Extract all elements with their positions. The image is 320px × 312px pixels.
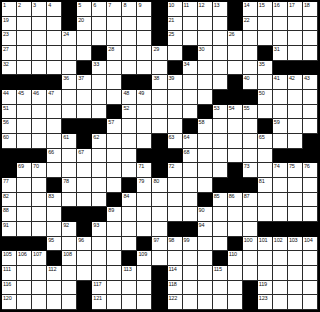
grid-cell-r10c13[interactable] — [198, 149, 213, 164]
grid-cell-r17c5[interactable] — [77, 251, 92, 266]
grid-cell-r1c9[interactable] — [137, 17, 152, 32]
grid-cell-r16c13[interactable] — [198, 237, 213, 252]
grid-cell-r4c3[interactable] — [47, 61, 62, 76]
grid-cell-r20c7[interactable] — [107, 295, 122, 310]
grid-cell-r18c7[interactable] — [107, 266, 122, 281]
grid-cell-r7c2[interactable] — [32, 105, 47, 120]
grid-cell-r0c17[interactable]: 15 — [258, 2, 273, 17]
grid-cell-r18c17[interactable] — [258, 266, 273, 281]
grid-cell-r4c15[interactable] — [228, 61, 243, 76]
grid-cell-r1c1[interactable] — [17, 17, 32, 32]
grid-cell-r1c5[interactable]: 20 — [77, 17, 92, 32]
grid-cell-r3c5[interactable] — [77, 46, 92, 61]
grid-cell-r17c1[interactable]: 106 — [17, 251, 32, 266]
grid-cell-r3c14[interactable] — [213, 46, 228, 61]
grid-cell-r0c11[interactable]: 10 — [168, 2, 183, 17]
grid-cell-r16c18[interactable]: 102 — [273, 237, 288, 252]
grid-cell-r1c11[interactable]: 21 — [168, 17, 183, 32]
grid-cell-r0c6[interactable]: 6 — [92, 2, 107, 17]
grid-cell-r5c19[interactable]: 42 — [288, 75, 303, 90]
grid-cell-r7c5[interactable] — [77, 105, 92, 120]
grid-cell-r13c2[interactable] — [32, 193, 47, 208]
grid-cell-r3c15[interactable] — [228, 46, 243, 61]
grid-cell-r9c12[interactable]: 64 — [183, 134, 198, 149]
grid-cell-r20c20[interactable] — [303, 295, 318, 310]
grid-cell-r11c12[interactable] — [183, 163, 198, 178]
grid-cell-r9c8[interactable] — [122, 134, 137, 149]
grid-cell-r6c7[interactable] — [107, 90, 122, 105]
grid-cell-r14c19[interactable] — [288, 207, 303, 222]
grid-cell-r5c10[interactable]: 38 — [152, 75, 167, 90]
grid-cell-r20c18[interactable] — [273, 295, 288, 310]
grid-cell-r12c1[interactable] — [17, 178, 32, 193]
grid-cell-r18c20[interactable] — [303, 266, 318, 281]
grid-cell-r13c11[interactable] — [168, 193, 183, 208]
grid-cell-r12c0[interactable]: 77 — [2, 178, 17, 193]
grid-cell-r16c14[interactable] — [213, 237, 228, 252]
grid-cell-r2c1[interactable] — [17, 31, 32, 46]
grid-cell-r14c14[interactable] — [213, 207, 228, 222]
grid-cell-r5c7[interactable] — [107, 75, 122, 90]
grid-cell-r20c14[interactable] — [213, 295, 228, 310]
grid-cell-r12c13[interactable] — [198, 178, 213, 193]
grid-cell-r4c6[interactable]: 33 — [92, 61, 107, 76]
grid-cell-r6c12[interactable] — [183, 90, 198, 105]
grid-cell-r11c18[interactable]: 74 — [273, 163, 288, 178]
grid-cell-r16c3[interactable]: 95 — [47, 237, 62, 252]
grid-cell-r1c16[interactable]: 22 — [243, 17, 258, 32]
grid-cell-r13c18[interactable] — [273, 193, 288, 208]
grid-cell-r12c7[interactable] — [107, 178, 122, 193]
grid-cell-r18c19[interactable] — [288, 266, 303, 281]
grid-cell-r13c3[interactable]: 83 — [47, 193, 62, 208]
grid-cell-r11c1[interactable]: 69 — [17, 163, 32, 178]
grid-cell-r19c19[interactable] — [288, 281, 303, 296]
grid-cell-r13c17[interactable] — [258, 193, 273, 208]
grid-cell-r6c6[interactable] — [92, 90, 107, 105]
grid-cell-r11c6[interactable] — [92, 163, 107, 178]
grid-cell-r10c3[interactable]: 66 — [47, 149, 62, 164]
grid-cell-r13c1[interactable] — [17, 193, 32, 208]
grid-cell-r2c20[interactable] — [303, 31, 318, 46]
grid-cell-r9c11[interactable]: 63 — [168, 134, 183, 149]
grid-cell-r18c2[interactable] — [32, 266, 47, 281]
grid-cell-r7c4[interactable] — [62, 105, 77, 120]
grid-cell-r16c11[interactable]: 98 — [168, 237, 183, 252]
grid-cell-r20c0[interactable]: 120 — [2, 295, 17, 310]
grid-cell-r4c17[interactable]: 35 — [258, 61, 273, 76]
grid-cell-r12c4[interactable]: 78 — [62, 178, 77, 193]
grid-cell-r6c0[interactable]: 44 — [2, 90, 17, 105]
grid-cell-r20c2[interactable] — [32, 295, 47, 310]
grid-cell-r19c0[interactable]: 116 — [2, 281, 17, 296]
grid-cell-r4c13[interactable] — [198, 61, 213, 76]
grid-cell-r15c9[interactable] — [137, 222, 152, 237]
grid-cell-r7c15[interactable]: 54 — [228, 105, 243, 120]
grid-cell-r7c12[interactable] — [183, 105, 198, 120]
grid-cell-r14c2[interactable] — [32, 207, 47, 222]
grid-cell-r20c13[interactable] — [198, 295, 213, 310]
grid-cell-r19c1[interactable] — [17, 281, 32, 296]
grid-cell-r2c16[interactable] — [243, 31, 258, 46]
grid-cell-r9c6[interactable]: 62 — [92, 134, 107, 149]
grid-cell-r7c1[interactable] — [17, 105, 32, 120]
grid-cell-r0c19[interactable]: 17 — [288, 2, 303, 17]
grid-cell-r13c9[interactable] — [137, 193, 152, 208]
grid-cell-r3c8[interactable] — [122, 46, 137, 61]
grid-cell-r7c3[interactable] — [47, 105, 62, 120]
grid-cell-r20c19[interactable] — [288, 295, 303, 310]
grid-cell-r1c14[interactable] — [213, 17, 228, 32]
grid-cell-r14c18[interactable] — [273, 207, 288, 222]
grid-cell-r0c2[interactable]: 3 — [32, 2, 47, 17]
grid-cell-r18c9[interactable] — [137, 266, 152, 281]
grid-cell-r1c3[interactable] — [47, 17, 62, 32]
grid-cell-r10c6[interactable] — [92, 149, 107, 164]
grid-cell-r1c18[interactable] — [273, 17, 288, 32]
grid-cell-r6c17[interactable]: 50 — [258, 90, 273, 105]
grid-cell-r3c2[interactable] — [32, 46, 47, 61]
grid-cell-r12c17[interactable]: 81 — [258, 178, 273, 193]
grid-cell-r17c0[interactable]: 105 — [2, 251, 17, 266]
grid-cell-r8c1[interactable] — [17, 119, 32, 134]
grid-cell-r8c0[interactable]: 56 — [2, 119, 17, 134]
grid-cell-r10c8[interactable] — [122, 149, 137, 164]
grid-cell-r5c14[interactable] — [213, 75, 228, 90]
grid-cell-r20c8[interactable] — [122, 295, 137, 310]
grid-cell-r19c8[interactable] — [122, 281, 137, 296]
grid-cell-r9c3[interactable] — [47, 134, 62, 149]
grid-cell-r12c18[interactable] — [273, 178, 288, 193]
grid-cell-r18c3[interactable]: 112 — [47, 266, 62, 281]
grid-cell-r7c17[interactable] — [258, 105, 273, 120]
grid-cell-r18c1[interactable] — [17, 266, 32, 281]
grid-cell-r9c15[interactable] — [228, 134, 243, 149]
grid-cell-r17c2[interactable]: 107 — [32, 251, 47, 266]
grid-cell-r11c11[interactable]: 72 — [168, 163, 183, 178]
grid-cell-r4c10[interactable] — [152, 61, 167, 76]
grid-cell-r11c17[interactable] — [258, 163, 273, 178]
grid-cell-r5c17[interactable] — [258, 75, 273, 90]
grid-cell-r13c12[interactable] — [183, 193, 198, 208]
grid-cell-r1c2[interactable] — [32, 17, 47, 32]
grid-cell-r0c9[interactable]: 9 — [137, 2, 152, 17]
grid-cell-r6c8[interactable]: 48 — [122, 90, 137, 105]
grid-cell-r19c6[interactable]: 117 — [92, 281, 107, 296]
grid-cell-r7c14[interactable]: 53 — [213, 105, 228, 120]
grid-cell-r14c10[interactable] — [152, 207, 167, 222]
grid-cell-r19c11[interactable]: 118 — [168, 281, 183, 296]
grid-cell-r7c18[interactable] — [273, 105, 288, 120]
grid-cell-r13c6[interactable] — [92, 193, 107, 208]
grid-cell-r19c4[interactable] — [62, 281, 77, 296]
grid-cell-r1c7[interactable] — [107, 17, 122, 32]
grid-cell-r6c4[interactable] — [62, 90, 77, 105]
grid-cell-r16c12[interactable]: 99 — [183, 237, 198, 252]
grid-cell-r16c16[interactable]: 100 — [243, 237, 258, 252]
grid-cell-r11c7[interactable] — [107, 163, 122, 178]
grid-cell-r2c9[interactable] — [137, 31, 152, 46]
grid-cell-r15c14[interactable] — [213, 222, 228, 237]
grid-cell-r11c20[interactable]: 76 — [303, 163, 318, 178]
grid-cell-r0c18[interactable]: 16 — [273, 2, 288, 17]
grid-cell-r0c12[interactable]: 11 — [183, 2, 198, 17]
grid-cell-r7c8[interactable]: 52 — [122, 105, 137, 120]
grid-cell-r1c8[interactable] — [122, 17, 137, 32]
grid-cell-r1c6[interactable] — [92, 17, 107, 32]
grid-cell-r2c0[interactable]: 23 — [2, 31, 17, 46]
grid-cell-r4c14[interactable] — [213, 61, 228, 76]
grid-cell-r12c6[interactable] — [92, 178, 107, 193]
grid-cell-r5c13[interactable] — [198, 75, 213, 90]
grid-cell-r2c6[interactable] — [92, 31, 107, 46]
grid-cell-r19c3[interactable] — [47, 281, 62, 296]
grid-cell-r15c0[interactable]: 91 — [2, 222, 17, 237]
grid-cell-r11c2[interactable]: 70 — [32, 163, 47, 178]
grid-cell-r8c3[interactable] — [47, 119, 62, 134]
grid-cell-r11c14[interactable] — [213, 163, 228, 178]
grid-cell-r3c4[interactable] — [62, 46, 77, 61]
grid-cell-r15c6[interactable]: 93 — [92, 222, 107, 237]
grid-cell-r20c17[interactable]: 123 — [258, 295, 273, 310]
grid-cell-r19c13[interactable] — [198, 281, 213, 296]
grid-cell-r6c1[interactable]: 45 — [17, 90, 32, 105]
grid-cell-r4c4[interactable] — [62, 61, 77, 76]
grid-cell-r16c6[interactable] — [92, 237, 107, 252]
grid-cell-r1c17[interactable] — [258, 17, 273, 32]
grid-cell-r9c16[interactable] — [243, 134, 258, 149]
grid-cell-r15c15[interactable] — [228, 222, 243, 237]
grid-cell-r2c15[interactable]: 26 — [228, 31, 243, 46]
grid-cell-r19c7[interactable] — [107, 281, 122, 296]
grid-cell-r10c7[interactable] — [107, 149, 122, 164]
grid-cell-r0c1[interactable]: 2 — [17, 2, 32, 17]
grid-cell-r19c15[interactable] — [228, 281, 243, 296]
grid-cell-r15c8[interactable] — [122, 222, 137, 237]
grid-cell-r18c14[interactable]: 115 — [213, 266, 228, 281]
grid-cell-r10c16[interactable] — [243, 149, 258, 164]
grid-cell-r17c11[interactable] — [168, 251, 183, 266]
grid-cell-r18c16[interactable] — [243, 266, 258, 281]
grid-cell-r16c4[interactable] — [62, 237, 77, 252]
grid-cell-r1c20[interactable] — [303, 17, 318, 32]
grid-cell-r13c19[interactable] — [288, 193, 303, 208]
grid-cell-r13c20[interactable] — [303, 193, 318, 208]
grid-cell-r0c20[interactable]: 18 — [303, 2, 318, 17]
grid-cell-r13c16[interactable]: 87 — [243, 193, 258, 208]
grid-cell-r18c18[interactable] — [273, 266, 288, 281]
grid-cell-r17c7[interactable] — [107, 251, 122, 266]
grid-cell-r14c8[interactable] — [122, 207, 137, 222]
grid-cell-r8c18[interactable]: 59 — [273, 119, 288, 134]
grid-cell-r17c18[interactable] — [273, 251, 288, 266]
grid-cell-r15c2[interactable] — [32, 222, 47, 237]
grid-cell-r6c20[interactable] — [303, 90, 318, 105]
grid-cell-r8c11[interactable] — [168, 119, 183, 134]
grid-cell-r0c7[interactable]: 7 — [107, 2, 122, 17]
grid-cell-r3c18[interactable]: 31 — [273, 46, 288, 61]
grid-cell-r11c8[interactable] — [122, 163, 137, 178]
grid-cell-r4c1[interactable] — [17, 61, 32, 76]
grid-cell-r9c17[interactable]: 65 — [258, 134, 273, 149]
grid-cell-r2c11[interactable]: 25 — [168, 31, 183, 46]
grid-cell-r8c2[interactable] — [32, 119, 47, 134]
grid-cell-r17c13[interactable] — [198, 251, 213, 266]
grid-cell-r3c10[interactable]: 29 — [152, 46, 167, 61]
grid-cell-r9c13[interactable] — [198, 134, 213, 149]
grid-cell-r5c18[interactable]: 41 — [273, 75, 288, 90]
grid-cell-r19c20[interactable] — [303, 281, 318, 296]
grid-cell-r0c13[interactable]: 12 — [198, 2, 213, 17]
grid-cell-r2c2[interactable] — [32, 31, 47, 46]
grid-cell-r1c0[interactable]: 19 — [2, 17, 17, 32]
grid-cell-r17c10[interactable] — [152, 251, 167, 266]
grid-cell-r7c9[interactable] — [137, 105, 152, 120]
grid-cell-r6c9[interactable]: 49 — [137, 90, 152, 105]
grid-cell-r15c4[interactable]: 92 — [62, 222, 77, 237]
grid-cell-r5c6[interactable] — [92, 75, 107, 90]
grid-cell-r15c3[interactable] — [47, 222, 62, 237]
grid-cell-r20c9[interactable] — [137, 295, 152, 310]
grid-cell-r8c8[interactable] — [122, 119, 137, 134]
grid-cell-r14c20[interactable] — [303, 207, 318, 222]
grid-cell-r2c5[interactable] — [77, 31, 92, 46]
grid-cell-r8c13[interactable]: 58 — [198, 119, 213, 134]
grid-cell-r11c3[interactable] — [47, 163, 62, 178]
grid-cell-r13c10[interactable] — [152, 193, 167, 208]
grid-cell-r8c14[interactable] — [213, 119, 228, 134]
grid-cell-r20c1[interactable] — [17, 295, 32, 310]
grid-cell-r15c7[interactable] — [107, 222, 122, 237]
grid-cell-r4c12[interactable]: 34 — [183, 61, 198, 76]
grid-cell-r1c12[interactable] — [183, 17, 198, 32]
grid-cell-r18c5[interactable] — [77, 266, 92, 281]
grid-cell-r12c10[interactable]: 80 — [152, 178, 167, 193]
grid-cell-r3c3[interactable] — [47, 46, 62, 61]
grid-cell-r19c14[interactable] — [213, 281, 228, 296]
grid-cell-r3c11[interactable] — [168, 46, 183, 61]
grid-cell-r6c11[interactable] — [168, 90, 183, 105]
grid-cell-r7c0[interactable]: 51 — [2, 105, 17, 120]
grid-cell-r18c4[interactable] — [62, 266, 77, 281]
grid-cell-r2c13[interactable] — [198, 31, 213, 46]
grid-cell-r2c14[interactable] — [213, 31, 228, 46]
grid-cell-r9c18[interactable] — [273, 134, 288, 149]
grid-cell-r9c7[interactable] — [107, 134, 122, 149]
grid-cell-r9c9[interactable] — [137, 134, 152, 149]
grid-cell-r17c19[interactable] — [288, 251, 303, 266]
grid-cell-r5c4[interactable]: 36 — [62, 75, 77, 90]
grid-cell-r19c17[interactable]: 119 — [258, 281, 273, 296]
grid-cell-r14c13[interactable]: 90 — [198, 207, 213, 222]
grid-cell-r16c7[interactable] — [107, 237, 122, 252]
grid-cell-r7c19[interactable] — [288, 105, 303, 120]
grid-cell-r8c20[interactable] — [303, 119, 318, 134]
grid-cell-r5c20[interactable]: 43 — [303, 75, 318, 90]
grid-cell-r2c4[interactable]: 24 — [62, 31, 77, 46]
grid-cell-r18c11[interactable]: 114 — [168, 266, 183, 281]
grid-cell-r1c13[interactable] — [198, 17, 213, 32]
grid-cell-r6c13[interactable] — [198, 90, 213, 105]
grid-cell-r4c2[interactable] — [32, 61, 47, 76]
grid-cell-r17c17[interactable] — [258, 251, 273, 266]
grid-cell-r0c3[interactable]: 4 — [47, 2, 62, 17]
grid-cell-r3c1[interactable] — [17, 46, 32, 61]
grid-cell-r19c2[interactable] — [32, 281, 47, 296]
grid-cell-r13c4[interactable] — [62, 193, 77, 208]
grid-cell-r0c14[interactable]: 13 — [213, 2, 228, 17]
grid-cell-r4c8[interactable] — [122, 61, 137, 76]
grid-cell-r20c15[interactable] — [228, 295, 243, 310]
grid-cell-r5c11[interactable]: 39 — [168, 75, 183, 90]
grid-cell-r17c15[interactable]: 110 — [228, 251, 243, 266]
grid-cell-r2c19[interactable] — [288, 31, 303, 46]
grid-cell-r14c15[interactable] — [228, 207, 243, 222]
grid-cell-r17c9[interactable]: 109 — [137, 251, 152, 266]
grid-cell-r16c10[interactable]: 97 — [152, 237, 167, 252]
grid-cell-r14c9[interactable] — [137, 207, 152, 222]
grid-cell-r5c5[interactable]: 37 — [77, 75, 92, 90]
grid-cell-r8c9[interactable] — [137, 119, 152, 134]
grid-cell-r7c11[interactable] — [168, 105, 183, 120]
grid-cell-r8c19[interactable] — [288, 119, 303, 134]
grid-cell-r14c1[interactable] — [17, 207, 32, 222]
grid-cell-r14c12[interactable] — [183, 207, 198, 222]
grid-cell-r2c17[interactable] — [258, 31, 273, 46]
grid-cell-r9c14[interactable] — [213, 134, 228, 149]
grid-cell-r19c12[interactable] — [183, 281, 198, 296]
grid-cell-r12c20[interactable] — [303, 178, 318, 193]
grid-cell-r13c8[interactable]: 84 — [122, 193, 137, 208]
grid-cell-r18c0[interactable]: 111 — [2, 266, 17, 281]
grid-cell-r9c0[interactable]: 60 — [2, 134, 17, 149]
grid-cell-r18c6[interactable] — [92, 266, 107, 281]
grid-cell-r7c20[interactable] — [303, 105, 318, 120]
grid-cell-r13c15[interactable]: 86 — [228, 193, 243, 208]
grid-cell-r13c0[interactable]: 82 — [2, 193, 17, 208]
grid-cell-r19c18[interactable] — [273, 281, 288, 296]
grid-cell-r2c8[interactable] — [122, 31, 137, 46]
grid-cell-r4c0[interactable]: 32 — [2, 61, 17, 76]
grid-cell-r16c20[interactable]: 104 — [303, 237, 318, 252]
grid-cell-r9c2[interactable] — [32, 134, 47, 149]
grid-cell-r6c19[interactable] — [288, 90, 303, 105]
grid-cell-r7c10[interactable] — [152, 105, 167, 120]
grid-cell-r20c3[interactable] — [47, 295, 62, 310]
grid-cell-r9c1[interactable] — [17, 134, 32, 149]
grid-cell-r16c17[interactable]: 101 — [258, 237, 273, 252]
grid-cell-r9c4[interactable]: 61 — [62, 134, 77, 149]
grid-cell-r12c2[interactable] — [32, 178, 47, 193]
grid-cell-r3c9[interactable] — [137, 46, 152, 61]
grid-cell-r13c14[interactable]: 85 — [213, 193, 228, 208]
grid-cell-r0c8[interactable]: 8 — [122, 2, 137, 17]
grid-cell-r13c5[interactable] — [77, 193, 92, 208]
grid-cell-r15c16[interactable] — [243, 222, 258, 237]
grid-cell-r9c19[interactable] — [288, 134, 303, 149]
grid-cell-r4c9[interactable] — [137, 61, 152, 76]
grid-cell-r17c4[interactable]: 108 — [62, 251, 77, 266]
grid-cell-r8c16[interactable] — [243, 119, 258, 134]
grid-cell-r10c5[interactable]: 67 — [77, 149, 92, 164]
grid-cell-r14c16[interactable] — [243, 207, 258, 222]
grid-cell-r3c19[interactable] — [288, 46, 303, 61]
grid-cell-r2c12[interactable] — [183, 31, 198, 46]
grid-cell-r18c8[interactable]: 113 — [122, 266, 137, 281]
grid-cell-r17c16[interactable] — [243, 251, 258, 266]
grid-cell-r0c0[interactable]: 1 — [2, 2, 17, 17]
grid-cell-r12c12[interactable] — [183, 178, 198, 193]
